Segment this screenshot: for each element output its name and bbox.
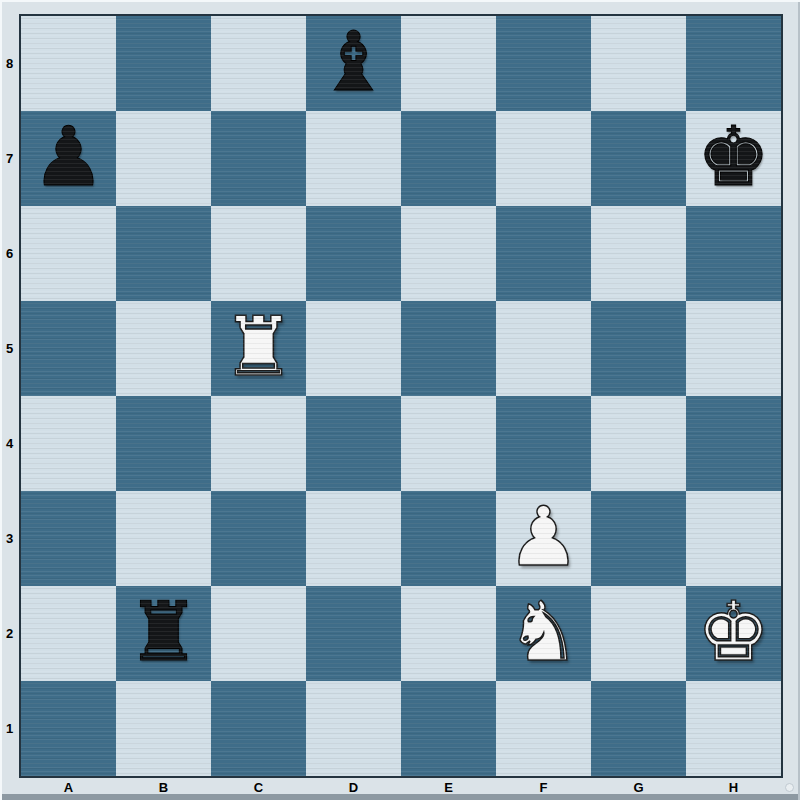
square-g2[interactable] [591,586,686,681]
square-a6[interactable] [21,206,116,301]
square-a7[interactable]: ♟ [21,111,116,206]
square-e8[interactable] [401,16,496,111]
file-labels: ABCDEFGH [21,779,781,796]
square-f2[interactable]: ♞ [496,586,591,681]
square-c3[interactable] [211,491,306,586]
rank-label-2: 2 [0,586,19,681]
square-c8[interactable] [211,16,306,111]
square-f8[interactable] [496,16,591,111]
square-d8[interactable]: ♝ [306,16,401,111]
square-g8[interactable] [591,16,686,111]
square-b5[interactable] [116,301,211,396]
rank-label-1: 1 [0,681,19,776]
square-g3[interactable] [591,491,686,586]
square-f6[interactable] [496,206,591,301]
square-f1[interactable] [496,681,591,776]
file-label-e: E [401,779,496,796]
file-label-g: G [591,779,686,796]
piece-white-pawn[interactable]: ♟ [507,489,581,584]
square-h6[interactable] [686,206,781,301]
square-d2[interactable] [306,586,401,681]
piece-black-pawn[interactable]: ♟ [32,109,106,204]
square-h5[interactable] [686,301,781,396]
square-c7[interactable] [211,111,306,206]
file-label-h: H [686,779,781,796]
square-b8[interactable] [116,16,211,111]
square-a5[interactable] [21,301,116,396]
rank-label-3: 3 [0,491,19,586]
file-label-c: C [211,779,306,796]
square-d3[interactable] [306,491,401,586]
square-h2[interactable]: ♚ [686,586,781,681]
square-c1[interactable] [211,681,306,776]
square-g7[interactable] [591,111,686,206]
square-e1[interactable] [401,681,496,776]
piece-black-bishop[interactable]: ♝ [317,14,391,109]
square-b7[interactable] [116,111,211,206]
square-a3[interactable] [21,491,116,586]
square-d5[interactable] [306,301,401,396]
piece-black-rook[interactable]: ♜ [127,584,201,679]
file-label-d: D [306,779,401,796]
square-h7[interactable]: ♚ [686,111,781,206]
square-h1[interactable] [686,681,781,776]
rank-label-5: 5 [0,301,19,396]
square-c4[interactable] [211,396,306,491]
square-c2[interactable] [211,586,306,681]
rank-label-7: 7 [0,111,19,206]
square-h3[interactable] [686,491,781,586]
file-label-f: F [496,779,591,796]
square-b4[interactable] [116,396,211,491]
square-g1[interactable] [591,681,686,776]
rank-labels: 87654321 [0,16,19,776]
square-c6[interactable] [211,206,306,301]
square-h8[interactable] [686,16,781,111]
square-f5[interactable] [496,301,591,396]
piece-white-king[interactable]: ♚ [697,584,771,679]
square-b3[interactable] [116,491,211,586]
rank-label-4: 4 [0,396,19,491]
rank-label-6: 6 [0,206,19,301]
square-h4[interactable] [686,396,781,491]
resize-grip-icon[interactable] [785,783,794,792]
square-d4[interactable] [306,396,401,491]
square-e7[interactable] [401,111,496,206]
square-d7[interactable] [306,111,401,206]
piece-black-king[interactable]: ♚ [697,109,771,204]
square-b1[interactable] [116,681,211,776]
square-e6[interactable] [401,206,496,301]
square-e4[interactable] [401,396,496,491]
file-label-b: B [116,779,211,796]
piece-white-knight[interactable]: ♞ [507,584,581,679]
square-f7[interactable] [496,111,591,206]
piece-white-rook[interactable]: ♜ [222,299,296,394]
square-a2[interactable] [21,586,116,681]
rank-label-8: 8 [0,16,19,111]
square-f3[interactable]: ♟ [496,491,591,586]
square-c5[interactable]: ♜ [211,301,306,396]
square-a1[interactable] [21,681,116,776]
square-g5[interactable] [591,301,686,396]
square-b2[interactable]: ♜ [116,586,211,681]
square-g4[interactable] [591,396,686,491]
chess-app-window: 87654321 ♝♟♚♜♟♜♞♚ ABCDEFGH [0,0,800,800]
file-label-a: A [21,779,116,796]
square-b6[interactable] [116,206,211,301]
square-e2[interactable] [401,586,496,681]
square-e5[interactable] [401,301,496,396]
chess-board: ♝♟♚♜♟♜♞♚ [19,14,783,778]
square-a4[interactable] [21,396,116,491]
square-f4[interactable] [496,396,591,491]
square-e3[interactable] [401,491,496,586]
square-g6[interactable] [591,206,686,301]
square-d1[interactable] [306,681,401,776]
square-d6[interactable] [306,206,401,301]
square-a8[interactable] [21,16,116,111]
